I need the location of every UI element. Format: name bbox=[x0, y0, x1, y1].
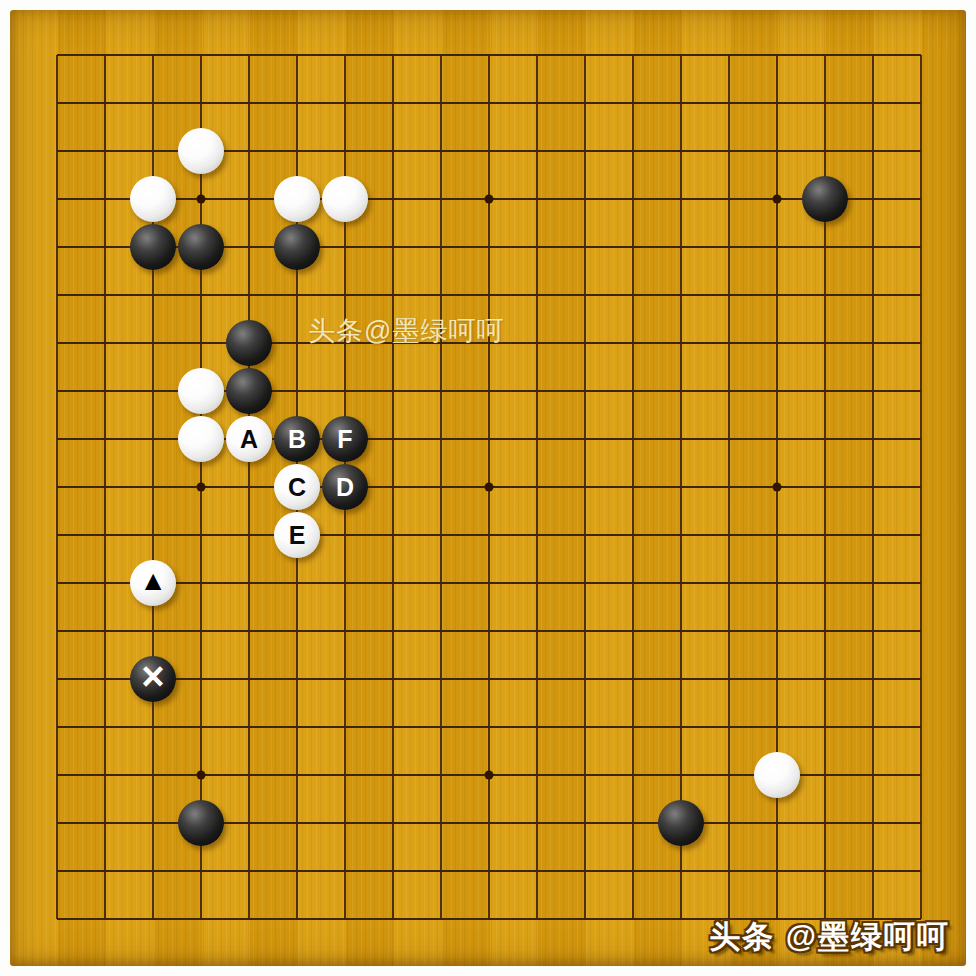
stone-white-C16 bbox=[130, 176, 176, 222]
stone-white-E11[interactable]: A bbox=[226, 416, 272, 462]
page: ABFCDE▲× 头条@墨绿呵呵 头条 @墨绿呵呵 bbox=[0, 0, 976, 976]
star-point bbox=[197, 771, 206, 780]
star-point bbox=[485, 195, 494, 204]
stone-black-E12 bbox=[226, 368, 272, 414]
stone-black-F11[interactable]: B bbox=[274, 416, 320, 462]
stone-white-D11 bbox=[178, 416, 224, 462]
stone-black-G10[interactable]: D bbox=[322, 464, 368, 510]
star-point bbox=[773, 483, 782, 492]
stone-white-G16 bbox=[322, 176, 368, 222]
go-board[interactable]: ABFCDE▲× 头条@墨绿呵呵 头条 @墨绿呵呵 bbox=[10, 10, 966, 966]
stone-label-E: E bbox=[289, 523, 306, 548]
star-point bbox=[485, 483, 494, 492]
board-grid bbox=[10, 10, 966, 966]
stone-white-F16 bbox=[274, 176, 320, 222]
watermark-center: 头条@墨绿呵呵 bbox=[308, 313, 504, 349]
stone-label-D: D bbox=[336, 475, 354, 500]
star-point bbox=[197, 483, 206, 492]
watermark-bottom-right: 头条 @墨绿呵呵 bbox=[709, 916, 950, 958]
stone-black-E13 bbox=[226, 320, 272, 366]
stone-black-D3 bbox=[178, 800, 224, 846]
star-point bbox=[773, 195, 782, 204]
stone-white-C8[interactable]: ▲ bbox=[130, 560, 176, 606]
cross-marker-icon: × bbox=[141, 656, 164, 696]
stone-black-C15 bbox=[130, 224, 176, 270]
stone-black-O3 bbox=[658, 800, 704, 846]
stone-white-Q4 bbox=[754, 752, 800, 798]
stone-label-C: C bbox=[288, 475, 306, 500]
star-point bbox=[197, 195, 206, 204]
stone-black-D15 bbox=[178, 224, 224, 270]
stone-black-F15 bbox=[274, 224, 320, 270]
stone-black-C6[interactable]: × bbox=[130, 656, 176, 702]
stone-white-D17 bbox=[178, 128, 224, 174]
stone-white-F10[interactable]: C bbox=[274, 464, 320, 510]
stone-label-F: F bbox=[337, 427, 352, 452]
stone-black-G11[interactable]: F bbox=[322, 416, 368, 462]
stone-black-R16 bbox=[802, 176, 848, 222]
star-point bbox=[485, 771, 494, 780]
stone-label-A: A bbox=[240, 427, 258, 452]
triangle-marker-icon: ▲ bbox=[139, 567, 167, 595]
stone-label-B: B bbox=[288, 427, 306, 452]
stone-white-F9[interactable]: E bbox=[274, 512, 320, 558]
stone-white-D12 bbox=[178, 368, 224, 414]
